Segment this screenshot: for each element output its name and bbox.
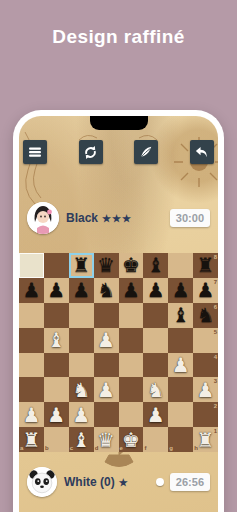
file-label-d: d <box>95 445 99 451</box>
square-b3[interactable] <box>44 377 69 402</box>
file-label-f: f <box>144 445 146 451</box>
piece-white-rook: ♜ <box>22 430 40 450</box>
black-clock: 30:00 <box>170 209 210 227</box>
piece-white-rook: ♜ <box>197 430 215 450</box>
square-h5[interactable]: 5 <box>193 328 218 353</box>
square-f4[interactable] <box>143 353 168 378</box>
square-e7[interactable]: ♟ <box>119 278 144 303</box>
square-c2[interactable]: ♟ <box>69 402 94 427</box>
piece-white-knight: ♞ <box>147 380 165 400</box>
square-h2[interactable]: 2 <box>193 402 218 427</box>
square-e6[interactable] <box>119 303 144 328</box>
square-a6[interactable] <box>19 303 44 328</box>
theme-button[interactable] <box>134 140 158 164</box>
menu-icon <box>28 145 42 159</box>
square-a2[interactable]: ♟ <box>19 402 44 427</box>
piece-black-pawn: ♟ <box>147 280 165 300</box>
square-b4[interactable] <box>44 353 69 378</box>
piece-black-pawn: ♟ <box>22 280 40 300</box>
piece-black-queen: ♛ <box>97 255 115 275</box>
square-d2[interactable] <box>94 402 119 427</box>
piece-white-pawn: ♟ <box>47 405 65 425</box>
square-b1[interactable]: b <box>44 427 69 452</box>
piece-black-pawn: ♟ <box>122 280 140 300</box>
undo-arrow-icon <box>194 145 209 160</box>
piece-black-knight: ♞ <box>197 305 215 325</box>
rank-label-2: 2 <box>214 403 217 409</box>
piece-white-bishop: ♝ <box>47 330 65 350</box>
piece-black-pawn: ♟ <box>72 280 90 300</box>
piece-white-pawn: ♟ <box>172 355 190 375</box>
square-d4[interactable] <box>94 353 119 378</box>
square-b5[interactable]: ♝ <box>44 328 69 353</box>
square-d7[interactable]: ♞ <box>94 278 119 303</box>
square-h1[interactable]: 1h♜ <box>193 427 218 452</box>
black-name-text: Black <box>66 211 98 225</box>
square-h4[interactable]: 4 <box>193 353 218 378</box>
square-f2[interactable]: ♟ <box>143 402 168 427</box>
square-f5[interactable] <box>143 328 168 353</box>
piece-white-king: ♚ <box>122 430 140 450</box>
black-avatar <box>27 202 59 234</box>
square-g1[interactable]: g <box>168 427 193 452</box>
square-g8[interactable] <box>168 253 193 278</box>
piece-white-pawn: ♟ <box>22 405 40 425</box>
file-label-e: e <box>120 445 123 451</box>
turn-indicator-icon <box>156 478 164 486</box>
square-g4[interactable]: ♟ <box>168 353 193 378</box>
piece-black-rook: ♜ <box>72 255 90 275</box>
square-c1[interactable]: c♝ <box>69 427 94 452</box>
file-label-b: b <box>45 445 49 451</box>
square-d1[interactable]: d♛ <box>94 427 119 452</box>
piece-black-pawn: ♟ <box>172 280 190 300</box>
white-name-text: White (0) <box>64 475 115 489</box>
piece-white-pawn: ♟ <box>97 380 115 400</box>
square-g5[interactable] <box>168 328 193 353</box>
square-h3[interactable]: 3♟ <box>193 377 218 402</box>
panda-avatar-icon <box>27 467 57 497</box>
file-label-a: a <box>20 445 23 451</box>
white-player-name: White (0)★ <box>64 475 129 489</box>
file-label-c: c <box>70 445 73 451</box>
square-a1[interactable]: a♜ <box>19 427 44 452</box>
phone-frame: Black★★★ 30:00 ♜♛♚♝8♜♟♟♟♞♟♟♟7♟♝6♞♝♟5♟4♞♟… <box>13 110 224 512</box>
square-e2[interactable] <box>119 402 144 427</box>
girl-avatar-icon <box>27 202 59 234</box>
square-e8[interactable]: ♚ <box>119 253 144 278</box>
square-g7[interactable]: ♟ <box>168 278 193 303</box>
square-b8[interactable] <box>44 253 69 278</box>
square-d3[interactable]: ♟ <box>94 377 119 402</box>
piece-black-pawn: ♟ <box>197 280 215 300</box>
square-c4[interactable] <box>69 353 94 378</box>
square-f6[interactable] <box>143 303 168 328</box>
piece-white-pawn: ♟ <box>147 405 165 425</box>
square-b6[interactable] <box>44 303 69 328</box>
square-a3[interactable] <box>19 377 44 402</box>
black-player-name: Black★★★ <box>66 211 132 225</box>
rank-label-5: 5 <box>214 329 217 335</box>
square-c6[interactable] <box>69 303 94 328</box>
white-player-stars: ★ <box>119 477 129 488</box>
square-h7[interactable]: 7♟ <box>193 278 218 303</box>
square-g2[interactable] <box>168 402 193 427</box>
page-title: Design raffiné <box>0 26 237 48</box>
square-g3[interactable] <box>168 377 193 402</box>
phone-notch <box>90 116 148 130</box>
square-a5[interactable] <box>19 328 44 353</box>
square-f8[interactable]: ♝ <box>143 253 168 278</box>
square-d8[interactable]: ♛ <box>94 253 119 278</box>
piece-black-bishop: ♝ <box>172 305 190 325</box>
square-c7[interactable]: ♟ <box>69 278 94 303</box>
square-a7[interactable]: ♟ <box>19 278 44 303</box>
square-d5[interactable]: ♟ <box>94 328 119 353</box>
piece-white-bishop: ♝ <box>72 430 90 450</box>
square-f7[interactable]: ♟ <box>143 278 168 303</box>
white-player-row: White (0)★ 26:56 <box>19 467 218 497</box>
square-b2[interactable]: ♟ <box>44 402 69 427</box>
app-screen: Black★★★ 30:00 ♜♛♚♝8♜♟♟♟♞♟♟♟7♟♝6♞♝♟5♟4♞♟… <box>19 116 218 512</box>
square-c5[interactable] <box>69 328 94 353</box>
square-b7[interactable]: ♟ <box>44 278 69 303</box>
file-label-h: h <box>194 445 198 451</box>
piece-white-queen: ♛ <box>97 430 115 450</box>
rank-label-8: 8 <box>214 254 217 260</box>
rank-label-1: 1 <box>214 428 217 434</box>
rank-label-7: 7 <box>214 279 217 285</box>
white-clock: 26:56 <box>170 473 210 491</box>
square-g6[interactable]: ♝ <box>168 303 193 328</box>
undo-button[interactable] <box>190 140 214 164</box>
square-f1[interactable]: f <box>143 427 168 452</box>
piece-black-rook: ♜ <box>197 255 215 275</box>
square-a4[interactable] <box>19 353 44 378</box>
piece-black-bishop: ♝ <box>147 255 165 275</box>
piece-white-pawn: ♟ <box>197 380 215 400</box>
square-h8[interactable]: 8♜ <box>193 253 218 278</box>
screenshot-root: Design raffiné <box>0 0 237 512</box>
square-e1[interactable]: e♚ <box>119 427 144 452</box>
piece-white-knight: ♞ <box>72 380 90 400</box>
file-label-g: g <box>169 445 173 451</box>
new-game-button[interactable] <box>79 140 103 164</box>
square-a8[interactable] <box>19 253 44 278</box>
rank-label-4: 4 <box>214 354 217 360</box>
menu-button[interactable] <box>23 140 47 164</box>
rank-label-6: 6 <box>214 304 217 310</box>
square-e5[interactable] <box>119 328 144 353</box>
square-h6[interactable]: 6♞ <box>193 303 218 328</box>
square-e4[interactable] <box>119 353 144 378</box>
white-avatar <box>27 467 57 497</box>
rank-label-3: 3 <box>214 378 217 384</box>
square-c3[interactable]: ♞ <box>69 377 94 402</box>
chess-board: ♜♛♚♝8♜♟♟♟♞♟♟♟7♟♝6♞♝♟5♟4♞♟♞3♟♟♟♟♟2a♜bc♝d♛… <box>19 253 218 452</box>
piece-white-pawn: ♟ <box>97 330 115 350</box>
square-e3[interactable] <box>119 377 144 402</box>
black-player-row: Black★★★ 30:00 <box>19 202 218 234</box>
square-f3[interactable]: ♞ <box>143 377 168 402</box>
black-player-stars: ★★★ <box>102 213 132 224</box>
square-d6[interactable] <box>94 303 119 328</box>
piece-black-knight: ♞ <box>97 280 115 300</box>
square-c8[interactable]: ♜ <box>69 253 94 278</box>
piece-black-king: ♚ <box>122 255 140 275</box>
feather-icon <box>139 145 153 159</box>
refresh-icon <box>83 145 98 160</box>
piece-white-pawn: ♟ <box>72 405 90 425</box>
piece-black-pawn: ♟ <box>47 280 65 300</box>
